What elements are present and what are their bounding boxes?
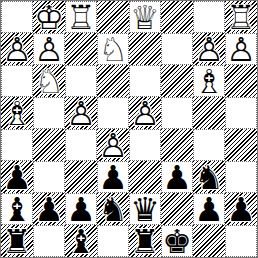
piece-wP-a7[interactable]: ♟♙	[1, 33, 33, 65]
square-b8[interactable]: ♚♔	[33, 1, 65, 33]
square-g3[interactable]: ♞♞	[193, 161, 225, 193]
square-d1[interactable]	[97, 225, 129, 257]
piece-wR-h8[interactable]: ♜♖	[225, 1, 257, 33]
square-h5[interactable]	[225, 97, 257, 129]
piece-glyph: ♜	[1, 225, 33, 257]
square-f3[interactable]: ♟♟	[161, 161, 193, 193]
square-g7[interactable]: ♟♙	[193, 33, 225, 65]
square-g6[interactable]: ♝♗	[193, 65, 225, 97]
square-f8[interactable]	[161, 1, 193, 33]
square-a1[interactable]: ♜♜	[1, 225, 33, 257]
piece-bR-e1[interactable]: ♜♜	[129, 225, 161, 257]
square-g5[interactable]	[193, 97, 225, 129]
piece-glyph: ♙	[97, 129, 129, 161]
square-f2[interactable]	[161, 193, 193, 225]
square-a2[interactable]: ♝♝	[1, 193, 33, 225]
square-c7[interactable]	[65, 33, 97, 65]
square-f4[interactable]	[161, 129, 193, 161]
chess-board: ♚♔♜♖♛♕♜♖♟♙♟♙♞♘♟♙♟♙♞♘♝♗♝♗♟♙♟♙♟♙♟♟♟♟♟♟♞♞♝♝…	[1, 1, 257, 257]
piece-glyph: ♜	[129, 225, 161, 257]
board-frame: ♚♔♜♖♛♕♜♖♟♙♟♙♞♘♟♙♟♙♞♘♝♗♝♗♟♙♟♙♟♙♟♟♟♟♟♟♞♞♝♝…	[0, 0, 258, 258]
piece-glyph: ♙	[193, 33, 225, 65]
piece-wP-b7[interactable]: ♟♙	[33, 33, 65, 65]
square-g4[interactable]	[193, 129, 225, 161]
piece-glyph: ♝	[65, 225, 97, 257]
square-f6[interactable]	[161, 65, 193, 97]
piece-glyph: ♞	[97, 193, 129, 225]
square-e5[interactable]: ♟♙	[129, 97, 161, 129]
square-h2[interactable]: ♟♟	[225, 193, 257, 225]
square-c8[interactable]: ♜♖	[65, 1, 97, 33]
square-b4[interactable]	[33, 129, 65, 161]
piece-glyph: ♖	[225, 1, 257, 33]
piece-glyph: ♙	[33, 33, 65, 65]
piece-glyph: ♙	[1, 33, 33, 65]
piece-glyph: ♞	[193, 161, 225, 193]
square-h6[interactable]	[225, 65, 257, 97]
square-g1[interactable]	[193, 225, 225, 257]
square-h7[interactable]: ♟♙	[225, 33, 257, 65]
square-d2[interactable]: ♞♞	[97, 193, 129, 225]
square-f5[interactable]	[161, 97, 193, 129]
piece-wR-c8[interactable]: ♜♖	[65, 1, 97, 33]
square-h3[interactable]	[225, 161, 257, 193]
piece-wB-a5[interactable]: ♝♗	[1, 97, 33, 129]
square-c5[interactable]: ♟♙	[65, 97, 97, 129]
square-d4[interactable]: ♟♙	[97, 129, 129, 161]
square-c3[interactable]	[65, 161, 97, 193]
square-b6[interactable]: ♞♘	[33, 65, 65, 97]
square-e7[interactable]	[129, 33, 161, 65]
square-b2[interactable]: ♟♟	[33, 193, 65, 225]
piece-bP-a3[interactable]: ♟♟	[1, 161, 33, 193]
piece-wK-b8[interactable]: ♚♔	[33, 1, 65, 33]
square-g2[interactable]: ♟♟	[193, 193, 225, 225]
piece-bK-f1[interactable]: ♚♚	[161, 225, 193, 257]
square-d6[interactable]	[97, 65, 129, 97]
piece-bP-d3[interactable]: ♟♟	[97, 161, 129, 193]
piece-glyph: ♖	[65, 1, 97, 33]
piece-glyph: ♝	[1, 193, 33, 225]
square-a6[interactable]	[1, 65, 33, 97]
square-c4[interactable]	[65, 129, 97, 161]
piece-glyph: ♙	[225, 33, 257, 65]
piece-glyph: ♟	[193, 193, 225, 225]
square-g8[interactable]	[193, 1, 225, 33]
piece-bP-f3[interactable]: ♟♟	[161, 161, 193, 193]
piece-wP-g7[interactable]: ♟♙	[193, 33, 225, 65]
square-f7[interactable]	[161, 33, 193, 65]
piece-glyph: ♕	[129, 1, 161, 33]
piece-glyph: ♟	[1, 161, 33, 193]
square-b1[interactable]	[33, 225, 65, 257]
square-c6[interactable]	[65, 65, 97, 97]
piece-bN-g3[interactable]: ♞♞	[193, 161, 225, 193]
square-b7[interactable]: ♟♙	[33, 33, 65, 65]
square-e8[interactable]: ♛♕	[129, 1, 161, 33]
piece-bB-a2[interactable]: ♝♝	[1, 193, 33, 225]
square-a8[interactable]	[1, 1, 33, 33]
piece-glyph: ♛	[129, 193, 161, 225]
piece-wN-d7[interactable]: ♞♘	[97, 33, 129, 65]
square-f1[interactable]: ♚♚	[161, 225, 193, 257]
square-a7[interactable]: ♟♙	[1, 33, 33, 65]
piece-wP-c5[interactable]: ♟♙	[65, 97, 97, 129]
square-d7[interactable]: ♞♘	[97, 33, 129, 65]
square-b3[interactable]	[33, 161, 65, 193]
piece-glyph: ♚	[161, 225, 193, 257]
square-a4[interactable]	[1, 129, 33, 161]
piece-wP-d4[interactable]: ♟♙	[97, 129, 129, 161]
square-e1[interactable]: ♜♜	[129, 225, 161, 257]
square-h8[interactable]: ♜♖	[225, 1, 257, 33]
square-c1[interactable]: ♝♝	[65, 225, 97, 257]
piece-glyph: ♔	[33, 1, 65, 33]
piece-glyph: ♙	[65, 97, 97, 129]
piece-bQ-e2[interactable]: ♛♛	[129, 193, 161, 225]
piece-glyph: ♙	[129, 97, 161, 129]
square-d5[interactable]	[97, 97, 129, 129]
piece-bP-b2[interactable]: ♟♟	[33, 193, 65, 225]
square-a3[interactable]: ♟♟	[1, 161, 33, 193]
piece-wP-e5[interactable]: ♟♙	[129, 97, 161, 129]
square-h4[interactable]	[225, 129, 257, 161]
square-c2[interactable]: ♟♟	[65, 193, 97, 225]
piece-wN-b6[interactable]: ♞♘	[33, 65, 65, 97]
piece-bB-c1[interactable]: ♝♝	[65, 225, 97, 257]
square-d8[interactable]	[97, 1, 129, 33]
piece-bR-a1[interactable]: ♜♜	[1, 225, 33, 257]
piece-glyph: ♗	[1, 97, 33, 129]
square-h1[interactable]	[225, 225, 257, 257]
piece-wP-h7[interactable]: ♟♙	[225, 33, 257, 65]
square-d3[interactable]: ♟♟	[97, 161, 129, 193]
square-e3[interactable]	[129, 161, 161, 193]
square-b5[interactable]	[33, 97, 65, 129]
piece-wB-g6[interactable]: ♝♗	[193, 65, 225, 97]
piece-glyph: ♘	[33, 65, 65, 97]
piece-glyph: ♟	[161, 161, 193, 193]
square-e6[interactable]	[129, 65, 161, 97]
piece-bN-d2[interactable]: ♞♞	[97, 193, 129, 225]
piece-glyph: ♘	[97, 33, 129, 65]
piece-glyph: ♟	[33, 193, 65, 225]
piece-glyph: ♟	[65, 193, 97, 225]
square-e4[interactable]	[129, 129, 161, 161]
piece-bP-h2[interactable]: ♟♟	[225, 193, 257, 225]
piece-bP-c2[interactable]: ♟♟	[65, 193, 97, 225]
square-a5[interactable]: ♝♗	[1, 97, 33, 129]
piece-glyph: ♗	[193, 65, 225, 97]
piece-bP-g2[interactable]: ♟♟	[193, 193, 225, 225]
square-e2[interactable]: ♛♛	[129, 193, 161, 225]
piece-glyph: ♟	[225, 193, 257, 225]
piece-wQ-e8[interactable]: ♛♕	[129, 1, 161, 33]
piece-glyph: ♟	[97, 161, 129, 193]
